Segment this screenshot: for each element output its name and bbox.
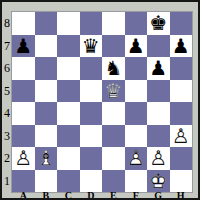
rank-label-3: 3: [2, 125, 12, 148]
piece-white-pawn-fill: ♟: [147, 147, 170, 170]
square-a2[interactable]: ♟♙: [12, 147, 35, 170]
rank-label-4: 4: [2, 102, 12, 125]
square-d2[interactable]: [80, 147, 103, 170]
file-label-e: E: [102, 191, 125, 200]
square-c3[interactable]: [57, 125, 80, 148]
square-g2[interactable]: ♟♙: [147, 147, 170, 170]
rank-label-1: 1: [2, 170, 12, 193]
rank-label-6: 6: [2, 57, 12, 80]
square-c5[interactable]: [57, 80, 80, 103]
file-label-c: C: [57, 191, 80, 200]
square-e1[interactable]: [102, 170, 125, 193]
square-a4[interactable]: [12, 102, 35, 125]
square-e6[interactable]: ♞: [102, 57, 125, 80]
rank-label-2: 2: [2, 147, 12, 170]
square-a5[interactable]: [12, 80, 35, 103]
square-f3[interactable]: [125, 125, 148, 148]
square-h5[interactable]: [170, 80, 193, 103]
square-f2[interactable]: ♟♙: [125, 147, 148, 170]
square-b3[interactable]: [35, 125, 58, 148]
piece-white-king[interactable]: ♔: [147, 170, 170, 193]
square-e3[interactable]: [102, 125, 125, 148]
piece-white-pawn-fill: ♟: [170, 125, 193, 148]
piece-white-king-fill: ♚: [147, 170, 170, 193]
square-h7[interactable]: ♟: [170, 35, 193, 58]
square-e7[interactable]: [102, 35, 125, 58]
square-e2[interactable]: [102, 147, 125, 170]
square-b7[interactable]: [35, 35, 58, 58]
square-e5[interactable]: ♛♕: [102, 80, 125, 103]
square-d4[interactable]: [80, 102, 103, 125]
square-a7[interactable]: ♟: [12, 35, 35, 58]
square-f7[interactable]: ♟: [125, 35, 148, 58]
piece-black-pawn[interactable]: ♟: [125, 35, 148, 58]
square-c6[interactable]: [57, 57, 80, 80]
square-d6[interactable]: [80, 57, 103, 80]
square-f6[interactable]: [125, 57, 148, 80]
square-g5[interactable]: [147, 80, 170, 103]
square-g8[interactable]: ♚: [147, 12, 170, 35]
piece-black-pawn[interactable]: ♟: [170, 35, 193, 58]
square-g4[interactable]: [147, 102, 170, 125]
square-h4[interactable]: [170, 102, 193, 125]
square-b1[interactable]: [35, 170, 58, 193]
piece-white-pawn[interactable]: ♙: [147, 147, 170, 170]
file-label-h: H: [170, 191, 193, 200]
square-h8[interactable]: [170, 12, 193, 35]
square-c8[interactable]: [57, 12, 80, 35]
square-g6[interactable]: ♟: [147, 57, 170, 80]
square-g1[interactable]: ♚♔: [147, 170, 170, 193]
piece-white-queen[interactable]: ♕: [102, 80, 125, 103]
square-f4[interactable]: [125, 102, 148, 125]
rank-label-5: 5: [2, 80, 12, 103]
square-b2[interactable]: ♝♗: [35, 147, 58, 170]
square-d8[interactable]: [80, 12, 103, 35]
piece-black-king[interactable]: ♚: [147, 12, 170, 35]
square-g3[interactable]: [147, 125, 170, 148]
square-c7[interactable]: [57, 35, 80, 58]
file-label-g: G: [147, 191, 170, 200]
square-b6[interactable]: [35, 57, 58, 80]
piece-white-bishop-fill: ♝: [35, 147, 58, 170]
square-a1[interactable]: [12, 170, 35, 193]
square-c1[interactable]: [57, 170, 80, 193]
square-b5[interactable]: [35, 80, 58, 103]
piece-white-pawn[interactable]: ♙: [12, 147, 35, 170]
square-d5[interactable]: [80, 80, 103, 103]
square-g7[interactable]: [147, 35, 170, 58]
square-e8[interactable]: [102, 12, 125, 35]
piece-white-pawn-fill: ♟: [125, 147, 148, 170]
file-label-b: B: [35, 191, 58, 200]
square-c2[interactable]: [57, 147, 80, 170]
piece-white-pawn-fill: ♟: [12, 147, 35, 170]
square-f8[interactable]: [125, 12, 148, 35]
square-h6[interactable]: [170, 57, 193, 80]
square-b4[interactable]: [35, 102, 58, 125]
square-a3[interactable]: [12, 125, 35, 148]
square-h2[interactable]: [170, 147, 193, 170]
file-label-d: D: [80, 191, 103, 200]
chessboard-window: ♚♟♛♟♟♞♟♛♕♟♙♟♙♝♗♟♙♟♙♚♔ 87654321 ABCDEFGH: [0, 0, 200, 200]
chess-board: ♚♟♛♟♟♞♟♛♕♟♙♟♙♝♗♟♙♟♙♚♔: [12, 12, 192, 192]
square-d1[interactable]: [80, 170, 103, 193]
rank-label-8: 8: [2, 12, 12, 35]
square-b8[interactable]: [35, 12, 58, 35]
file-label-a: A: [12, 191, 35, 200]
square-c4[interactable]: [57, 102, 80, 125]
rank-label-7: 7: [2, 35, 12, 58]
square-e4[interactable]: [102, 102, 125, 125]
square-a6[interactable]: [12, 57, 35, 80]
piece-white-queen-fill: ♛: [102, 80, 125, 103]
square-f5[interactable]: [125, 80, 148, 103]
piece-white-bishop[interactable]: ♗: [35, 147, 58, 170]
file-label-f: F: [125, 191, 148, 200]
piece-black-queen[interactable]: ♛: [80, 35, 103, 58]
square-d7[interactable]: ♛: [80, 35, 103, 58]
piece-black-pawn[interactable]: ♟: [12, 35, 35, 58]
square-h3[interactable]: ♟♙: [170, 125, 193, 148]
square-d3[interactable]: [80, 125, 103, 148]
piece-white-pawn[interactable]: ♙: [125, 147, 148, 170]
piece-white-pawn[interactable]: ♙: [170, 125, 193, 148]
piece-black-knight[interactable]: ♞: [102, 57, 125, 80]
file-labels: ABCDEFGH: [12, 191, 192, 200]
square-a8[interactable]: [12, 12, 35, 35]
square-f1[interactable]: [125, 170, 148, 193]
piece-black-pawn[interactable]: ♟: [147, 57, 170, 80]
square-h1[interactable]: [170, 170, 193, 193]
